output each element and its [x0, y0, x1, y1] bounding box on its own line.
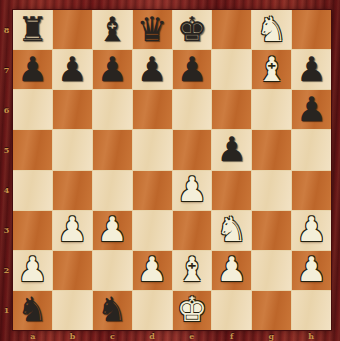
white-knight-icon[interactable]: ♞	[256, 12, 286, 46]
file-label-c: c	[93, 330, 133, 341]
square-a1[interactable]: ♞	[13, 291, 52, 330]
square-f3[interactable]: ♞	[212, 211, 251, 250]
square-f2[interactable]: ♟	[212, 251, 251, 290]
square-e5[interactable]	[173, 130, 212, 169]
square-g2[interactable]	[252, 251, 291, 290]
square-d2[interactable]: ♟	[133, 251, 172, 290]
square-f7[interactable]	[212, 50, 251, 89]
square-h4[interactable]	[292, 171, 331, 210]
square-a4[interactable]	[13, 171, 52, 210]
rank-label-4: 4	[0, 170, 13, 210]
rank-label-6: 6	[0, 90, 13, 130]
file-label-h: h	[291, 330, 331, 341]
square-a2[interactable]: ♟	[13, 251, 52, 290]
square-c6[interactable]	[93, 90, 132, 129]
square-g4[interactable]	[252, 171, 291, 210]
square-c5[interactable]	[93, 130, 132, 169]
white-pawn-icon[interactable]: ♟	[137, 252, 167, 286]
black-pawn-icon[interactable]: ♟	[177, 52, 207, 86]
square-h2[interactable]: ♟	[292, 251, 331, 290]
white-pawn-icon[interactable]: ♟	[296, 212, 326, 246]
square-d7[interactable]: ♟	[133, 50, 172, 89]
square-e7[interactable]: ♟	[173, 50, 212, 89]
white-bishop-icon[interactable]: ♝	[177, 252, 207, 286]
file-label-f: f	[212, 330, 252, 341]
square-c1[interactable]: ♞	[93, 291, 132, 330]
file-labels: abcdefgh	[13, 330, 331, 341]
file-label-d: d	[132, 330, 172, 341]
square-g8[interactable]: ♞	[252, 10, 291, 49]
white-pawn-icon[interactable]: ♟	[217, 252, 247, 286]
black-bishop-icon[interactable]: ♝	[97, 12, 127, 46]
square-g7[interactable]: ♝	[252, 50, 291, 89]
square-e3[interactable]	[173, 211, 212, 250]
black-knight-icon[interactable]: ♞	[97, 292, 127, 326]
square-b3[interactable]: ♟	[53, 211, 92, 250]
black-pawn-icon[interactable]: ♟	[137, 52, 167, 86]
square-e2[interactable]: ♝	[173, 251, 212, 290]
square-g6[interactable]	[252, 90, 291, 129]
white-pawn-icon[interactable]: ♟	[296, 252, 326, 286]
square-d5[interactable]	[133, 130, 172, 169]
square-c3[interactable]: ♟	[93, 211, 132, 250]
white-bishop-icon[interactable]: ♝	[256, 52, 286, 86]
square-e1[interactable]: ♚	[173, 291, 212, 330]
square-a6[interactable]	[13, 90, 52, 129]
square-h7[interactable]: ♟	[292, 50, 331, 89]
square-d6[interactable]	[133, 90, 172, 129]
square-h3[interactable]: ♟	[292, 211, 331, 250]
square-g1[interactable]	[252, 291, 291, 330]
square-f4[interactable]	[212, 171, 251, 210]
black-pawn-icon[interactable]: ♟	[296, 92, 326, 126]
rank-label-2: 2	[0, 250, 13, 290]
square-b2[interactable]	[53, 251, 92, 290]
square-b7[interactable]: ♟	[53, 50, 92, 89]
white-pawn-icon[interactable]: ♟	[17, 252, 47, 286]
square-b8[interactable]	[53, 10, 92, 49]
black-pawn-icon[interactable]: ♟	[17, 52, 47, 86]
square-h6[interactable]: ♟	[292, 90, 331, 129]
square-h1[interactable]	[292, 291, 331, 330]
black-pawn-icon[interactable]: ♟	[296, 52, 326, 86]
square-c2[interactable]	[93, 251, 132, 290]
square-e6[interactable]	[173, 90, 212, 129]
file-label-b: b	[53, 330, 93, 341]
black-knight-icon[interactable]: ♞	[17, 292, 47, 326]
square-b6[interactable]	[53, 90, 92, 129]
black-king-icon[interactable]: ♚	[177, 12, 207, 46]
white-king-icon[interactable]: ♚	[177, 292, 207, 326]
square-d4[interactable]	[133, 171, 172, 210]
rank-label-5: 5	[0, 130, 13, 170]
rank-labels: 87654321	[0, 10, 13, 330]
square-b4[interactable]	[53, 171, 92, 210]
square-a3[interactable]	[13, 211, 52, 250]
square-g3[interactable]	[252, 211, 291, 250]
square-a8[interactable]: ♜	[13, 10, 52, 49]
square-e4[interactable]: ♟	[173, 171, 212, 210]
white-pawn-icon[interactable]: ♟	[177, 172, 207, 206]
rank-label-7: 7	[0, 50, 13, 90]
square-h5[interactable]	[292, 130, 331, 169]
file-label-g: g	[252, 330, 292, 341]
black-rook-icon[interactable]: ♜	[17, 12, 47, 46]
black-pawn-icon[interactable]: ♟	[97, 52, 127, 86]
square-f5[interactable]: ♟	[212, 130, 251, 169]
square-c4[interactable]	[93, 171, 132, 210]
square-e8[interactable]: ♚	[173, 10, 212, 49]
rank-label-3: 3	[0, 210, 13, 250]
square-d8[interactable]: ♛	[133, 10, 172, 49]
black-pawn-icon[interactable]: ♟	[217, 132, 247, 166]
black-queen-icon[interactable]: ♛	[137, 12, 167, 46]
white-knight-icon[interactable]: ♞	[217, 212, 247, 246]
square-f8[interactable]	[212, 10, 251, 49]
square-d1[interactable]	[133, 291, 172, 330]
square-d3[interactable]	[133, 211, 172, 250]
file-label-e: e	[172, 330, 212, 341]
square-b5[interactable]	[53, 130, 92, 169]
white-pawn-icon[interactable]: ♟	[57, 212, 87, 246]
square-f6[interactable]	[212, 90, 251, 129]
rank-label-8: 8	[0, 10, 13, 50]
square-a7[interactable]: ♟	[13, 50, 52, 89]
square-g5[interactable]	[252, 130, 291, 169]
square-f1[interactable]	[212, 291, 251, 330]
black-pawn-icon[interactable]: ♟	[57, 52, 87, 86]
square-h8[interactable]	[292, 10, 331, 49]
file-label-a: a	[13, 330, 53, 341]
square-c7[interactable]: ♟	[93, 50, 132, 89]
square-c8[interactable]: ♝	[93, 10, 132, 49]
rank-label-1: 1	[0, 290, 13, 330]
square-b1[interactable]	[53, 291, 92, 330]
square-a5[interactable]	[13, 130, 52, 169]
white-pawn-icon[interactable]: ♟	[97, 212, 127, 246]
chess-board-frame: ♜♝♛♚♞♟♟♟♟♟♝♟♟♟♟♟♟♞♟♟♟♝♟♟♞♞♚ 87654321 abc…	[0, 0, 340, 341]
chess-board: ♜♝♛♚♞♟♟♟♟♟♝♟♟♟♟♟♟♞♟♟♟♝♟♟♞♞♚	[13, 10, 331, 330]
